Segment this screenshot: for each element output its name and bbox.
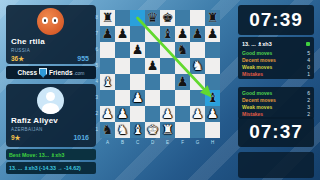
- square-g2[interactable]: ♟: [190, 106, 205, 122]
- logo-text-com: .com: [74, 70, 85, 76]
- square-g1[interactable]: [190, 122, 205, 138]
- player-bottom-name: Rafiz Aliyev: [11, 116, 91, 125]
- quality-label: Decent moves: [242, 57, 276, 63]
- square-c1[interactable]: ♝: [130, 122, 145, 138]
- quality-row-good: Good moves5: [242, 49, 310, 56]
- clock-top: 07:39: [238, 5, 314, 35]
- black-king-e8[interactable]: ♚: [160, 10, 175, 26]
- white-pawn-b2[interactable]: ♟: [115, 106, 130, 122]
- black-pawn-a7[interactable]: ♟: [100, 26, 115, 42]
- quality-label: Mistakes: [242, 71, 263, 77]
- square-a3[interactable]: [100, 90, 115, 106]
- square-h3[interactable]: ♝: [205, 90, 220, 106]
- square-b6[interactable]: [115, 42, 130, 58]
- black-pawn-f4[interactable]: ♟: [175, 74, 190, 90]
- quality-value: 3: [307, 104, 310, 110]
- white-pawn-e2[interactable]: ♟: [160, 106, 175, 122]
- square-a8[interactable]: ♜: [100, 10, 115, 26]
- square-f6[interactable]: ♞: [175, 42, 190, 58]
- app-window: Che rtila RUSSIA 36★ 955 Chess Friends .…: [0, 0, 320, 180]
- quality-row-decent: Decent moves2: [242, 96, 310, 103]
- quality-value: 2: [307, 97, 310, 103]
- white-rook-e1[interactable]: ♜: [160, 122, 175, 138]
- square-e4[interactable]: [160, 74, 175, 90]
- rank-labels: 87654321: [92, 10, 98, 138]
- square-b8[interactable]: [115, 10, 130, 26]
- square-h5[interactable]: [205, 58, 220, 74]
- player-top-country: RUSSIA: [11, 48, 91, 53]
- square-b4[interactable]: [115, 74, 130, 90]
- square-h8[interactable]: ♜: [205, 10, 220, 26]
- black-rook-a8[interactable]: ♜: [100, 10, 115, 26]
- square-g8[interactable]: [190, 10, 205, 26]
- black-rook-h8[interactable]: ♜: [205, 10, 220, 26]
- white-bishop-a4[interactable]: ♝: [100, 74, 115, 90]
- white-pawn-g2[interactable]: ♟: [190, 106, 205, 122]
- square-g5[interactable]: ♞: [190, 58, 205, 74]
- white-knight-g5[interactable]: ♞: [190, 58, 205, 74]
- file-labels: ABCDEFGH: [100, 139, 220, 147]
- square-g4[interactable]: [190, 74, 205, 90]
- square-d6[interactable]: [145, 42, 160, 58]
- quality-value: 6: [307, 90, 310, 96]
- quality-rows-bottom: Good moves6Decent moves2Weak moves3Mista…: [242, 89, 310, 117]
- best-move-label: Best Move: 13... ♗xh3: [6, 149, 96, 160]
- player-bottom-avatar[interactable]: [37, 87, 64, 114]
- square-c8[interactable]: [130, 10, 145, 26]
- square-d7[interactable]: [145, 26, 160, 42]
- black-knight-a1[interactable]: ♞: [100, 122, 115, 138]
- square-h1[interactable]: [205, 122, 220, 138]
- square-f2[interactable]: [175, 106, 190, 122]
- player-bottom-stars: 9★: [11, 134, 20, 142]
- quality-row-decent: Decent moves4: [242, 56, 310, 63]
- player-card-bottom: Rafiz Aliyev AZERBAIJAN 9★ 1016: [6, 84, 96, 147]
- square-a2[interactable]: ♟: [100, 106, 115, 122]
- square-c3[interactable]: ♟: [130, 90, 145, 106]
- player-bottom-country: AZERBAIJAN: [11, 127, 91, 132]
- quality-label: Decent moves: [242, 97, 276, 103]
- quality-value: 1: [307, 71, 310, 77]
- quality-label: Good moves: [242, 90, 272, 96]
- square-c2[interactable]: [130, 106, 145, 122]
- quality-value: 2: [307, 111, 310, 117]
- square-b7[interactable]: ♟: [115, 26, 130, 42]
- quality-label: Weak moves: [242, 64, 272, 70]
- quality-value: 0: [307, 64, 310, 70]
- square-b2[interactable]: ♟: [115, 106, 130, 122]
- square-e5[interactable]: [160, 58, 175, 74]
- square-c5[interactable]: [130, 58, 145, 74]
- quality-label: Mistakes: [242, 111, 263, 117]
- square-a1[interactable]: ♞: [100, 122, 115, 138]
- white-pawn-c3[interactable]: ♟: [130, 90, 145, 106]
- clock-bottom: 07:37: [238, 117, 314, 147]
- square-b1[interactable]: ♞: [115, 122, 130, 138]
- player-card-top: Che rtila RUSSIA 36★ 955: [6, 5, 96, 64]
- square-f7[interactable]: ♟: [175, 26, 190, 42]
- white-knight-b1[interactable]: ♞: [115, 122, 130, 138]
- square-d8[interactable]: ♛: [145, 10, 160, 26]
- square-b3[interactable]: [115, 90, 130, 106]
- quality-row-mistake: Mistakes1: [242, 70, 310, 77]
- quality-value: 4: [307, 57, 310, 63]
- black-pawn-g7[interactable]: ♟: [190, 26, 205, 42]
- quality-rows-top: Good moves5Decent moves4Weak moves0Mista…: [242, 49, 310, 77]
- player-top-avatar[interactable]: [37, 8, 64, 35]
- square-f8[interactable]: [175, 10, 190, 26]
- logo-text-chess: Chess: [18, 69, 38, 76]
- square-g7[interactable]: ♟: [190, 26, 205, 42]
- player-top-name: Che rtila: [11, 37, 91, 46]
- square-a7[interactable]: ♟: [100, 26, 115, 42]
- square-d4[interactable]: [145, 74, 160, 90]
- quality-row-weak: Weak moves3: [242, 103, 310, 110]
- square-d5[interactable]: ♟: [145, 58, 160, 74]
- square-h6[interactable]: [205, 42, 220, 58]
- black-bishop-h3[interactable]: ♝: [205, 90, 220, 106]
- square-e1[interactable]: ♜: [160, 122, 175, 138]
- white-pawn-h2[interactable]: ♟: [205, 106, 220, 122]
- square-h2[interactable]: ♟: [205, 106, 220, 122]
- square-b5[interactable]: [115, 58, 130, 74]
- black-queen-d8[interactable]: ♛: [145, 10, 160, 26]
- square-e6[interactable]: [160, 42, 175, 58]
- chessfriends-logo[interactable]: Chess Friends .com: [6, 66, 96, 79]
- square-c4[interactable]: [130, 74, 145, 90]
- quality-row-weak: Weak moves0: [242, 63, 310, 70]
- player-top-stars: 36★: [11, 55, 24, 63]
- square-f4[interactable]: ♟: [175, 74, 190, 90]
- black-pawn-d5[interactable]: ♟: [145, 58, 160, 74]
- black-pawn-c6[interactable]: ♟: [130, 42, 145, 58]
- chessfriends-shield-icon: [39, 68, 47, 78]
- square-e3[interactable]: [160, 90, 175, 106]
- square-d2[interactable]: [145, 106, 160, 122]
- quality-label: Weak moves: [242, 104, 272, 110]
- player-top-rating: 955: [77, 55, 89, 62]
- quality-value: 5: [307, 50, 310, 56]
- logo-text-friends: Friends: [49, 69, 72, 76]
- move-quality-panel-top: 13. ... ♗xh3 Good moves5Decent moves4Wea…: [238, 37, 314, 79]
- white-bishop-c1[interactable]: ♝: [130, 122, 145, 138]
- move-quality-dot-icon: [306, 42, 310, 46]
- black-pawn-f7[interactable]: ♟: [175, 26, 190, 42]
- square-f1[interactable]: [175, 122, 190, 138]
- bottom-right-bar: [238, 152, 314, 178]
- square-a5[interactable]: [100, 58, 115, 74]
- quality-row-good: Good moves6: [242, 89, 310, 96]
- square-c6[interactable]: ♟: [130, 42, 145, 58]
- white-pawn-a2[interactable]: ♟: [100, 106, 115, 122]
- square-h7[interactable]: ♟: [205, 26, 220, 42]
- black-bishop-e7[interactable]: ♝: [160, 26, 175, 42]
- square-h4[interactable]: [205, 74, 220, 90]
- analysis-move-label: 13. ... ♗xh3: [242, 41, 272, 47]
- square-d3[interactable]: [145, 90, 160, 106]
- square-f5[interactable]: [175, 58, 190, 74]
- square-d1[interactable]: ♚: [145, 122, 160, 138]
- black-pawn-h7[interactable]: ♟: [205, 26, 220, 42]
- played-move-eval: 13. ... ♗xh3 (-14.33 → -14.62): [6, 162, 96, 174]
- square-c7[interactable]: [130, 26, 145, 42]
- move-quality-panel-bottom: Good moves6Decent moves2Weak moves3Mista…: [238, 87, 314, 119]
- square-g3[interactable]: [190, 90, 205, 106]
- chess-board[interactable]: ♜♛♚♜♟♟♝♟♟♟♟♞♟♞♝♟♟♝♟♟♟♟♟♞♞♝♚♜: [100, 10, 220, 138]
- square-g6[interactable]: [190, 42, 205, 58]
- square-e2[interactable]: ♟: [160, 106, 175, 122]
- quality-row-mistake: Mistakes2: [242, 110, 310, 117]
- white-king-d1[interactable]: ♚: [145, 122, 160, 138]
- square-f3[interactable]: [175, 90, 190, 106]
- square-e7[interactable]: ♝: [160, 26, 175, 42]
- square-a4[interactable]: ♝: [100, 74, 115, 90]
- square-e8[interactable]: ♚: [160, 10, 175, 26]
- black-pawn-b7[interactable]: ♟: [115, 26, 130, 42]
- square-a6[interactable]: [100, 42, 115, 58]
- quality-label: Good moves: [242, 50, 272, 56]
- black-knight-f6[interactable]: ♞: [175, 42, 190, 58]
- player-bottom-rating: 1016: [73, 134, 89, 141]
